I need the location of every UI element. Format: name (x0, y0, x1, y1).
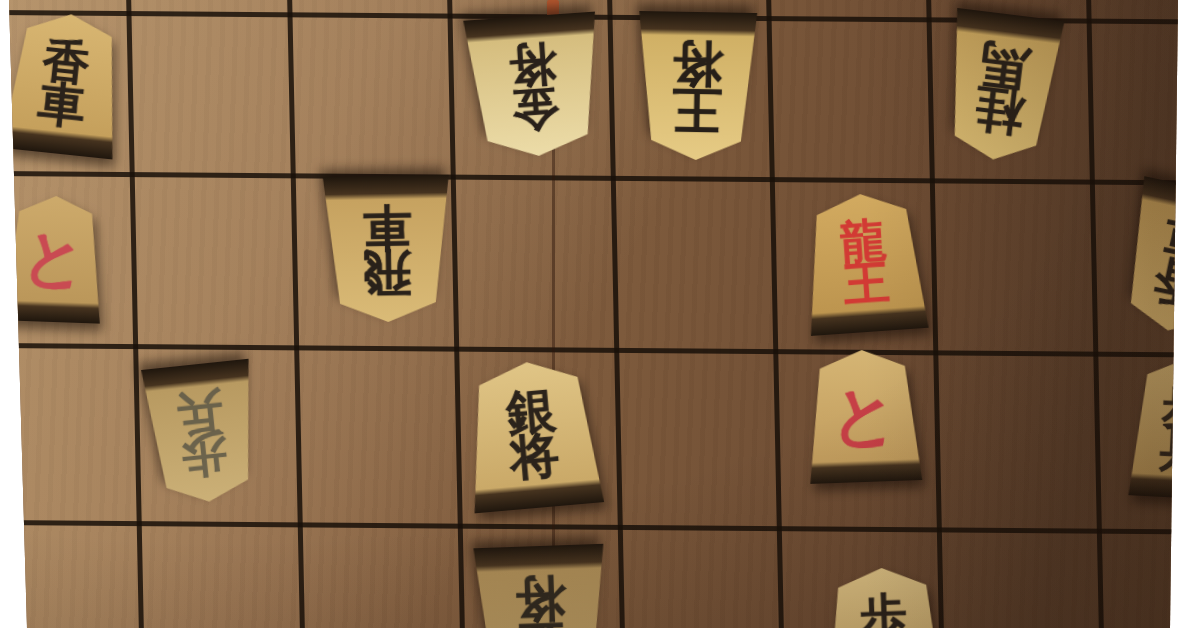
screenshot-root: 香車金将王将桂馬と飛車龍王香車歩兵銀将と歩兵金将歩兵 (0, 0, 1200, 628)
board-photo: 香車金将王将桂馬と飛車龍王香車歩兵銀将と歩兵金将歩兵 (0, 0, 1200, 628)
vignette-overlay (0, 0, 1200, 628)
